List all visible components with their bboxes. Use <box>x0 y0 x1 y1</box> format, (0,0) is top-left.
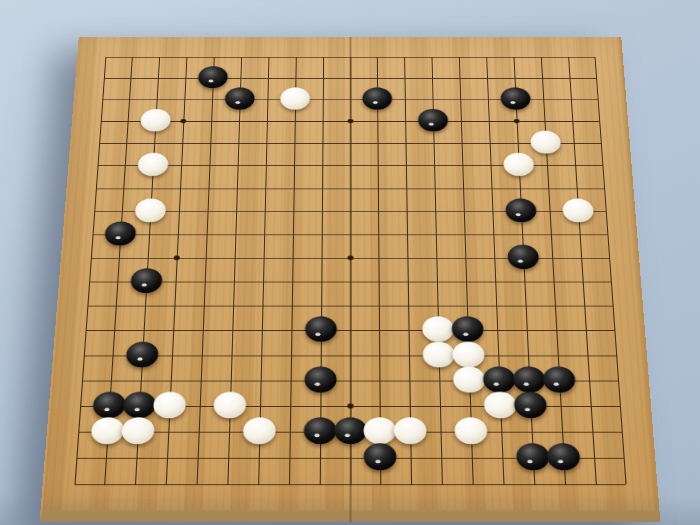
white-stone <box>364 417 397 444</box>
white-stone <box>153 391 187 417</box>
grid-line-vertical <box>595 56 627 484</box>
black-stone <box>418 109 448 132</box>
star-point <box>181 119 187 123</box>
white-stone <box>422 316 454 341</box>
star-point <box>513 119 519 123</box>
grid-line-horizontal <box>74 484 626 485</box>
white-stone <box>503 153 534 176</box>
black-stone <box>123 391 157 417</box>
white-stone <box>453 366 486 392</box>
black-stone <box>542 366 575 392</box>
grid-line-horizontal <box>89 281 612 282</box>
grid-line-horizontal <box>87 305 613 306</box>
black-stone <box>483 366 516 392</box>
white-stone <box>243 417 276 444</box>
white-stone <box>138 153 169 176</box>
board-perspective-wrapper <box>61 0 640 525</box>
black-stone <box>364 443 397 470</box>
black-stone <box>93 391 127 417</box>
white-stone <box>213 391 246 417</box>
star-point <box>347 119 353 123</box>
black-stone <box>126 341 159 367</box>
white-stone <box>483 391 516 417</box>
black-stone <box>500 87 531 109</box>
black-stone <box>334 417 367 444</box>
black-stone <box>516 443 550 470</box>
black-stone <box>303 417 336 444</box>
white-stone <box>452 341 485 367</box>
black-stone <box>305 316 337 341</box>
white-stone <box>530 131 561 154</box>
grid-line-horizontal <box>85 330 615 331</box>
black-stone <box>546 443 580 470</box>
black-stone <box>512 366 545 392</box>
table-cloth-background <box>0 0 700 525</box>
black-stone <box>505 198 537 222</box>
white-stone <box>91 417 125 444</box>
white-stone <box>394 417 427 444</box>
black-stone <box>198 66 228 88</box>
white-stone <box>423 341 455 367</box>
white-stone <box>121 417 155 444</box>
black-stone <box>304 366 336 392</box>
star-point <box>347 255 353 260</box>
grid-line-horizontal <box>83 355 616 356</box>
white-stone <box>562 198 594 222</box>
black-stone <box>507 244 539 268</box>
white-stone <box>280 87 310 109</box>
white-stone <box>454 417 487 444</box>
black-stone <box>363 87 393 109</box>
black-stone <box>225 87 255 109</box>
white-stone <box>140 109 171 132</box>
go-board <box>40 36 661 521</box>
black-stone <box>513 391 547 417</box>
star-point <box>174 255 180 260</box>
white-stone <box>135 198 167 222</box>
black-stone <box>451 316 483 341</box>
black-stone <box>131 268 164 293</box>
black-stone <box>105 221 137 245</box>
star-point <box>347 403 353 408</box>
